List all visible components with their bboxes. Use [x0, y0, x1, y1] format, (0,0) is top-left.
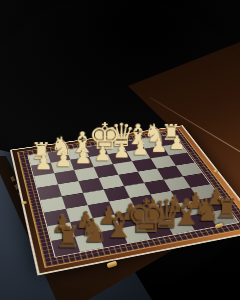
square: ♚: [121, 224, 151, 243]
square: ♛: [143, 220, 173, 239]
dark-pawn-piece: ♟: [163, 194, 186, 217]
chess-photo-scene: ♜♞♝♚♛♝♞♜♟♟♟♟♟♟♟♟♟♟♟♟♟♟♟♟♜♞♝♚♛♝♞♜: [0, 0, 240, 300]
hinge-pin-left-icon: [21, 201, 27, 205]
square: ♟: [70, 218, 98, 236]
square: [78, 178, 103, 193]
hinge-pin-right-icon: [213, 170, 219, 173]
